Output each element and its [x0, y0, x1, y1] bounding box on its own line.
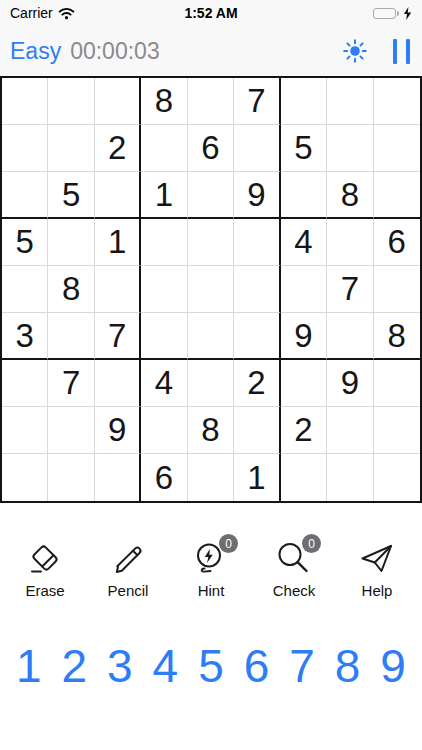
cell-r4c1[interactable]: 5: [2, 219, 48, 266]
cell-r2c6[interactable]: [234, 125, 280, 172]
numpad-9[interactable]: 9: [380, 641, 406, 692]
cell-r6c8[interactable]: [327, 313, 373, 360]
battery-tip: [397, 11, 399, 16]
cell-r5c4[interactable]: [141, 266, 187, 313]
hint-button[interactable]: 0 Hint: [179, 539, 243, 599]
cell-r1c3[interactable]: [95, 78, 141, 125]
help-paper-plane-icon: [359, 541, 395, 577]
cell-r9c8[interactable]: [327, 454, 373, 501]
battery-icon: [373, 8, 396, 19]
cell-r6c1[interactable]: 3: [2, 313, 48, 360]
hint-label: Hint: [198, 582, 225, 599]
cell-r4c8[interactable]: [327, 219, 373, 266]
cell-r6c4[interactable]: [141, 313, 187, 360]
cell-r3c1[interactable]: [2, 172, 48, 219]
cell-r7c7[interactable]: [281, 360, 327, 407]
toolbar: Erase Pencil 0 Hint: [0, 539, 422, 599]
numpad: 123456789: [0, 641, 422, 692]
erase-label: Erase: [25, 582, 64, 599]
cell-r9c7[interactable]: [281, 454, 327, 501]
cell-r9c6[interactable]: 1: [234, 454, 280, 501]
cell-r8c4[interactable]: [141, 407, 187, 454]
cell-r9c4[interactable]: 6: [141, 454, 187, 501]
cell-r8c2[interactable]: [48, 407, 94, 454]
numpad-2[interactable]: 2: [62, 641, 88, 692]
numpad-6[interactable]: 6: [244, 641, 270, 692]
cell-r5c3[interactable]: [95, 266, 141, 313]
eraser-icon: [27, 541, 63, 577]
cell-r8c7[interactable]: 2: [281, 407, 327, 454]
cell-r7c8[interactable]: 9: [327, 360, 373, 407]
cell-r7c1[interactable]: [2, 360, 48, 407]
help-button[interactable]: Help: [345, 539, 409, 599]
cell-r9c9[interactable]: [374, 454, 420, 501]
cell-r2c3[interactable]: 2: [95, 125, 141, 172]
cell-r8c6[interactable]: [234, 407, 280, 454]
cell-r2c7[interactable]: 5: [281, 125, 327, 172]
cell-r6c2[interactable]: [48, 313, 94, 360]
cell-r3c3[interactable]: [95, 172, 141, 219]
difficulty-label: Easy: [10, 38, 61, 65]
cell-r8c8[interactable]: [327, 407, 373, 454]
check-count-badge: 0: [302, 534, 321, 553]
timer-value: 00:00:03: [70, 38, 160, 65]
cell-r4c3[interactable]: 1: [95, 219, 141, 266]
sudoku-app: Carrier 1:52 AM Easy 00:00:03: [0, 0, 422, 750]
cell-r1c7[interactable]: [281, 78, 327, 125]
cell-r7c9[interactable]: [374, 360, 420, 407]
cell-r7c5[interactable]: [188, 360, 234, 407]
check-label: Check: [273, 582, 316, 599]
cell-r3c9[interactable]: [374, 172, 420, 219]
cell-r3c5[interactable]: [188, 172, 234, 219]
cell-r3c8[interactable]: 8: [327, 172, 373, 219]
brightness-icon[interactable]: [343, 39, 367, 63]
erase-button[interactable]: Erase: [13, 539, 77, 599]
cell-r3c6[interactable]: 9: [234, 172, 280, 219]
check-button[interactable]: 0 Check: [262, 539, 326, 599]
cell-r2c4[interactable]: [141, 125, 187, 172]
game-header: Easy 00:00:03: [0, 26, 422, 76]
cell-r4c7[interactable]: 4: [281, 219, 327, 266]
cell-r7c6[interactable]: 2: [234, 360, 280, 407]
hint-count-badge: 0: [219, 534, 238, 553]
cell-r9c5[interactable]: [188, 454, 234, 501]
cell-r2c5[interactable]: 6: [188, 125, 234, 172]
cell-r6c7[interactable]: 9: [281, 313, 327, 360]
cell-r1c5[interactable]: [188, 78, 234, 125]
cell-r1c4[interactable]: 8: [141, 78, 187, 125]
cell-r2c9[interactable]: [374, 125, 420, 172]
numpad-8[interactable]: 8: [335, 641, 361, 692]
cell-r6c9[interactable]: 8: [374, 313, 420, 360]
cell-r1c2[interactable]: [48, 78, 94, 125]
cell-r5c8[interactable]: 7: [327, 266, 373, 313]
cell-r8c3[interactable]: 9: [95, 407, 141, 454]
cell-r3c7[interactable]: [281, 172, 327, 219]
cell-r6c6[interactable]: [234, 313, 280, 360]
cell-r1c8[interactable]: [327, 78, 373, 125]
cell-r8c1[interactable]: [2, 407, 48, 454]
cell-r1c9[interactable]: [374, 78, 420, 125]
charging-bolt-icon: [403, 7, 412, 20]
pause-button[interactable]: [391, 37, 412, 66]
cell-r3c4[interactable]: 1: [141, 172, 187, 219]
cell-r7c2[interactable]: 7: [48, 360, 94, 407]
cell-r7c4[interactable]: 4: [141, 360, 187, 407]
cell-r4c9[interactable]: 6: [374, 219, 420, 266]
cell-r1c1[interactable]: [2, 78, 48, 125]
sudoku-grid: 8726551985146873798742998261: [0, 76, 422, 503]
numpad-4[interactable]: 4: [153, 641, 179, 692]
cell-r5c6[interactable]: [234, 266, 280, 313]
numpad-3[interactable]: 3: [107, 641, 133, 692]
numpad-5[interactable]: 5: [198, 641, 224, 692]
cell-r2c8[interactable]: [327, 125, 373, 172]
numpad-7[interactable]: 7: [289, 641, 315, 692]
pencil-icon: [110, 541, 146, 577]
clock-time: 1:52 AM: [0, 5, 422, 21]
cell-r4c2[interactable]: [48, 219, 94, 266]
cell-r4c4[interactable]: [141, 219, 187, 266]
cell-r1c6[interactable]: 7: [234, 78, 280, 125]
cell-r8c9[interactable]: [374, 407, 420, 454]
cell-r3c2[interactable]: 5: [48, 172, 94, 219]
cell-r5c9[interactable]: [374, 266, 420, 313]
cell-r9c3[interactable]: [95, 454, 141, 501]
status-bar: Carrier 1:52 AM: [0, 0, 422, 26]
cell-r2c2[interactable]: [48, 125, 94, 172]
cell-r5c1[interactable]: [2, 266, 48, 313]
cell-r9c2[interactable]: [48, 454, 94, 501]
top-chrome: Carrier 1:52 AM Easy 00:00:03: [0, 0, 422, 76]
cell-r5c5[interactable]: [188, 266, 234, 313]
pencil-button[interactable]: Pencil: [96, 539, 160, 599]
cell-r4c5[interactable]: [188, 219, 234, 266]
pencil-label: Pencil: [108, 582, 149, 599]
cell-r6c5[interactable]: [188, 313, 234, 360]
cell-r9c1[interactable]: [2, 454, 48, 501]
cell-r7c3[interactable]: [95, 360, 141, 407]
cell-r6c3[interactable]: 7: [95, 313, 141, 360]
cell-r5c2[interactable]: 8: [48, 266, 94, 313]
cell-r5c7[interactable]: [281, 266, 327, 313]
numpad-1[interactable]: 1: [16, 641, 42, 692]
cell-r8c5[interactable]: 8: [188, 407, 234, 454]
cell-r2c1[interactable]: [2, 125, 48, 172]
help-label: Help: [362, 582, 393, 599]
cell-r4c6[interactable]: [234, 219, 280, 266]
